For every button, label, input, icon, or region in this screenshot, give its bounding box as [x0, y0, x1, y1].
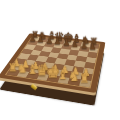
- board-square: [64, 59, 76, 66]
- board-square: ♜: [78, 79, 91, 87]
- chess-box: ♜♞♝♛♚♝♞♜♟♟♟♟♟♟♟♟♟♟♟♟♟♟♟♟♜♞♝♛♚♝♞♜: [0, 33, 105, 93]
- black-rook: ♜: [88, 37, 101, 46]
- black-knight: ♞: [37, 30, 50, 40]
- black-knight: ♞: [79, 35, 92, 45]
- chess-board: ♜♞♝♛♚♝♞♜♟♟♟♟♟♟♟♟♟♟♟♟♟♟♟♟♜♞♝♛♚♝♞♜: [6, 36, 99, 87]
- product-photo: ♜♞♝♛♚♝♞♜♟♟♟♟♟♟♟♟♟♟♟♟♟♟♟♟♜♞♝♛♚♝♞♜: [0, 0, 120, 120]
